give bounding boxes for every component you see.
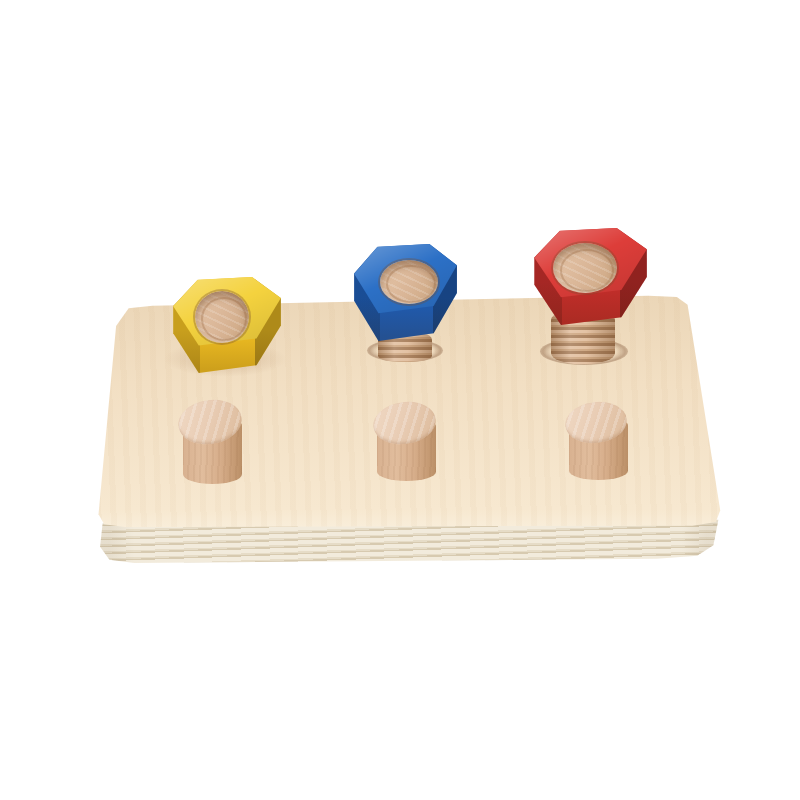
yellow-hex-nut [171, 277, 282, 374]
blue-bolt-end-ring [386, 265, 435, 303]
red-hex-nut [532, 228, 648, 326]
red-bolt-end-ring [560, 249, 614, 292]
plain-peg-2 [372, 400, 442, 485]
blue-hex-nut [352, 244, 458, 342]
plain-peg-1 [178, 398, 248, 488]
product-photo-scene [0, 0, 800, 800]
blue-bolt-end-wood [380, 260, 438, 304]
yellow-bolt-end-ring [201, 297, 247, 342]
yellow-bolt-end-wood [195, 291, 249, 343]
red-bolt-end-wood [553, 243, 617, 293]
plain-peg-3 [564, 400, 634, 484]
